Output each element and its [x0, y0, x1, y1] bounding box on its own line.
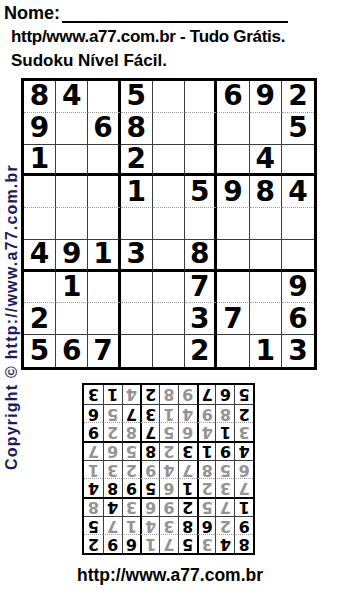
puzzle-cell-r8c3[interactable] — [88, 303, 120, 335]
solution-cell-r8c2: 8 — [215, 404, 234, 423]
solution-cell-r3c6: 6 — [140, 497, 159, 516]
puzzle-cell-r6c1: 4 — [24, 240, 56, 272]
solution-cell-r5c1: 6 — [234, 460, 253, 479]
name-row: Nome: — [4, 2, 288, 23]
puzzle-cell-r2c9: 5 — [282, 113, 314, 145]
puzzle-cell-r4c6: 5 — [185, 176, 217, 208]
puzzle-cell-r1c5[interactable] — [153, 81, 185, 113]
puzzle-cell-r5c3[interactable] — [88, 208, 120, 240]
solution-cell-r4c9: 4 — [84, 478, 103, 497]
puzzle-cell-r1c3[interactable] — [88, 81, 120, 113]
solution-cell-r2c4: 8 — [178, 516, 197, 535]
solution-cell-r4c8: 8 — [103, 478, 122, 497]
solution-cell-r8c5: 1 — [159, 404, 178, 423]
solution-cell-r4c6: 5 — [140, 478, 159, 497]
puzzle-cell-r8c2[interactable] — [56, 303, 88, 335]
puzzle-cell-r6c3: 1 — [88, 240, 120, 272]
solution-cell-r6c7: 5 — [122, 441, 141, 460]
puzzle-cell-r8c9: 6 — [282, 303, 314, 335]
solution-cell-r5c5: 4 — [159, 460, 178, 479]
puzzle-cell-r8c8[interactable] — [250, 303, 282, 335]
solution-cell-r6c1: 4 — [234, 441, 253, 460]
solution-cell-r9c1: 5 — [234, 385, 253, 404]
name-label: Nome: — [4, 3, 60, 23]
solution-cell-r4c1: 7 — [234, 478, 253, 497]
solution-cell-r7c1: 3 — [234, 422, 253, 441]
puzzle-cell-r3c6[interactable] — [185, 145, 217, 177]
solution-cell-r7c6: 7 — [140, 422, 159, 441]
puzzle-cell-r6c7[interactable] — [217, 240, 249, 272]
puzzle-cell-r6c4: 3 — [121, 240, 153, 272]
puzzle-cell-r6c6: 8 — [185, 240, 217, 272]
puzzle-cell-r4c8: 8 — [250, 176, 282, 208]
puzzle-cell-r3c3[interactable] — [88, 145, 120, 177]
puzzle-cell-r9c1: 5 — [24, 335, 56, 367]
puzzle-cell-r5c9[interactable] — [282, 208, 314, 240]
puzzle-cell-r6c5[interactable] — [153, 240, 185, 272]
solution-cell-r2c7: 1 — [122, 516, 141, 535]
puzzle-cell-r8c4[interactable] — [121, 303, 153, 335]
puzzle-cell-r2c6[interactable] — [185, 113, 217, 145]
solution-cell-r5c3: 8 — [197, 460, 216, 479]
solution-cell-r3c8: 4 — [103, 497, 122, 516]
solution-cell-r1c7: 6 — [122, 534, 141, 553]
puzzle-cell-r4c3[interactable] — [88, 176, 120, 208]
solution-cell-r2c3: 6 — [197, 516, 216, 535]
puzzle-cell-r7c4[interactable] — [121, 272, 153, 304]
solution-cell-r6c3: 1 — [197, 441, 216, 460]
puzzle-cell-r2c3: 6 — [88, 113, 120, 145]
solution-cell-r1c5: 7 — [159, 534, 178, 553]
solution-cell-r1c1: 8 — [234, 534, 253, 553]
sudoku-worksheet: Nome: http/www.a77.com.br - Tudo Grátis.… — [0, 0, 340, 596]
solution-cell-r3c7: 3 — [122, 497, 141, 516]
puzzle-cell-r5c1[interactable] — [24, 208, 56, 240]
puzzle-cell-r3c2[interactable] — [56, 145, 88, 177]
puzzle-cell-r4c5[interactable] — [153, 176, 185, 208]
puzzle-cell-r6c9[interactable] — [282, 240, 314, 272]
puzzle-cell-r7c6: 7 — [185, 272, 217, 304]
solution-cell-r8c7: 7 — [122, 404, 141, 423]
solution-cell-r3c5: 9 — [159, 497, 178, 516]
solution-cell-r1c4: 5 — [178, 534, 197, 553]
puzzle-cell-r7c8[interactable] — [250, 272, 282, 304]
solution-cell-r3c4: 2 — [178, 497, 197, 516]
puzzle-cell-r1c6[interactable] — [185, 81, 217, 113]
solution-cell-r4c3: 2 — [197, 478, 216, 497]
puzzle-cell-r9c2: 6 — [56, 335, 88, 367]
main-sudoku-grid: 845692968512415984491381792376567213 — [21, 78, 317, 370]
solution-cell-r8c4: 4 — [178, 404, 197, 423]
puzzle-cell-r3c8: 4 — [250, 145, 282, 177]
puzzle-cell-r2c5[interactable] — [153, 113, 185, 145]
solution-cell-r6c5: 2 — [159, 441, 178, 460]
puzzle-cell-r3c4: 2 — [121, 145, 153, 177]
puzzle-cell-r7c5[interactable] — [153, 272, 185, 304]
solution-cell-r9c2: 6 — [215, 385, 234, 404]
puzzle-cell-r1c7: 6 — [217, 81, 249, 113]
puzzle-cell-r9c7[interactable] — [217, 335, 249, 367]
puzzle-cell-r9c6: 2 — [185, 335, 217, 367]
puzzle-cell-r8c7: 7 — [217, 303, 249, 335]
puzzle-cell-r7c7[interactable] — [217, 272, 249, 304]
puzzle-cell-r2c8[interactable] — [250, 113, 282, 145]
solution-cell-r7c2: 1 — [215, 422, 234, 441]
puzzle-cell-r5c7[interactable] — [217, 208, 249, 240]
solution-cell-r4c5: 6 — [159, 478, 178, 497]
puzzle-cell-r1c2: 4 — [56, 81, 88, 113]
solution-cell-r8c6: 3 — [140, 404, 159, 423]
puzzle-cell-r2c1: 9 — [24, 113, 56, 145]
solution-cell-r6c8: 6 — [103, 441, 122, 460]
solution-cell-r5c2: 5 — [215, 460, 234, 479]
puzzle-cell-r4c7: 9 — [217, 176, 249, 208]
puzzle-cell-r6c8[interactable] — [250, 240, 282, 272]
puzzle-cell-r3c7[interactable] — [217, 145, 249, 177]
solution-cell-r8c1: 2 — [234, 404, 253, 423]
solution-cell-r7c5: 5 — [159, 422, 178, 441]
puzzle-cell-r1c8: 9 — [250, 81, 282, 113]
puzzle-cell-r2c7[interactable] — [217, 113, 249, 145]
puzzle-cell-r4c1[interactable] — [24, 176, 56, 208]
solution-cell-r9c7: 4 — [122, 385, 141, 404]
puzzle-cell-r8c6: 3 — [185, 303, 217, 335]
puzzle-cell-r9c3: 7 — [88, 335, 120, 367]
puzzle-cell-r9c5[interactable] — [153, 335, 185, 367]
solution-cell-r1c6: 1 — [140, 534, 159, 553]
solution-cell-r3c9: 8 — [84, 497, 103, 516]
solution-cell-r6c2: 9 — [215, 441, 234, 460]
puzzle-cell-r7c9: 9 — [282, 272, 314, 304]
solution-cell-r6c6: 8 — [140, 441, 159, 460]
solution-cell-r5c9: 1 — [84, 460, 103, 479]
solution-cell-r5c8: 3 — [103, 460, 122, 479]
solution-cell-r2c5: 3 — [159, 516, 178, 535]
solution-cell-r7c3: 4 — [197, 422, 216, 441]
solution-grid-rotated: 8435716929268341751752963487321659846587… — [82, 383, 255, 555]
solution-cell-r5c6: 9 — [140, 460, 159, 479]
puzzle-cell-r4c9: 4 — [282, 176, 314, 208]
puzzle-title: Sudoku Nível Fácil. — [11, 51, 167, 71]
site-url-line: http/www.a77.com.br - Tudo Grátis. — [11, 27, 285, 47]
puzzle-cell-r9c8: 1 — [250, 335, 282, 367]
puzzle-cell-r4c2[interactable] — [56, 176, 88, 208]
puzzle-cell-r3c9[interactable] — [282, 145, 314, 177]
solution-cell-r4c4: 1 — [178, 478, 197, 497]
solution-cell-r2c8: 7 — [103, 516, 122, 535]
solution-cell-r8c8: 5 — [103, 404, 122, 423]
solution-cell-r8c9: 6 — [84, 404, 103, 423]
puzzle-cell-r2c2[interactable] — [56, 113, 88, 145]
copyright-vertical-text: Copyright © http://www.a77.com.br — [3, 82, 21, 470]
puzzle-cell-r8c1: 2 — [24, 303, 56, 335]
puzzle-cell-r7c1[interactable] — [24, 272, 56, 304]
puzzle-cell-r5c6[interactable] — [185, 208, 217, 240]
solution-cell-r1c9: 2 — [84, 534, 103, 553]
solution-cell-r1c8: 9 — [103, 534, 122, 553]
puzzle-cell-r7c2: 1 — [56, 272, 88, 304]
solution-cell-r1c3: 3 — [197, 534, 216, 553]
solution-cell-r4c7: 9 — [122, 478, 141, 497]
solution-cell-r2c6: 4 — [140, 516, 159, 535]
puzzle-cell-r1c9: 2 — [282, 81, 314, 113]
solution-cell-r7c8: 2 — [103, 422, 122, 441]
solution-cell-r2c1: 9 — [234, 516, 253, 535]
solution-cell-r3c3: 5 — [197, 497, 216, 516]
puzzle-cell-r9c4[interactable] — [121, 335, 153, 367]
puzzle-cell-r5c2[interactable] — [56, 208, 88, 240]
solution-cell-r7c7: 8 — [122, 422, 141, 441]
puzzle-cell-r3c5[interactable] — [153, 145, 185, 177]
solution-cell-r9c4: 9 — [178, 385, 197, 404]
puzzle-cell-r5c8[interactable] — [250, 208, 282, 240]
puzzle-cell-r7c3[interactable] — [88, 272, 120, 304]
puzzle-cell-r2c4: 8 — [121, 113, 153, 145]
solution-cell-r7c9: 9 — [84, 422, 103, 441]
solution-cell-r9c9: 3 — [84, 385, 103, 404]
solution-cell-r9c8: 1 — [103, 385, 122, 404]
puzzle-cell-r9c9: 3 — [282, 335, 314, 367]
name-fill-line — [62, 2, 288, 23]
footer-url: http://www.a77.com.br — [0, 565, 340, 586]
solution-cell-r9c3: 7 — [197, 385, 216, 404]
solution-cell-r5c7: 2 — [122, 460, 141, 479]
solution-cell-r5c4: 7 — [178, 460, 197, 479]
puzzle-cell-r5c4[interactable] — [121, 208, 153, 240]
solution-cell-r8c3: 9 — [197, 404, 216, 423]
solution-cell-r7c4: 6 — [178, 422, 197, 441]
solution-cell-r2c9: 5 — [84, 516, 103, 535]
puzzle-cell-r8c5[interactable] — [153, 303, 185, 335]
solution-cell-r9c6: 2 — [140, 385, 159, 404]
solution-cell-r4c2: 3 — [215, 478, 234, 497]
solution-cell-r2c2: 2 — [215, 516, 234, 535]
solution-cell-r6c4: 3 — [178, 441, 197, 460]
puzzle-cell-r1c4: 5 — [121, 81, 153, 113]
solution-cell-r9c5: 8 — [159, 385, 178, 404]
puzzle-cell-r4c4: 1 — [121, 176, 153, 208]
solution-cell-r1c2: 4 — [215, 534, 234, 553]
solution-cell-r3c2: 7 — [215, 497, 234, 516]
puzzle-cell-r6c2: 9 — [56, 240, 88, 272]
puzzle-cell-r1c1: 8 — [24, 81, 56, 113]
puzzle-cell-r5c5[interactable] — [153, 208, 185, 240]
solution-cell-r6c9: 7 — [84, 441, 103, 460]
puzzle-cell-r3c1: 1 — [24, 145, 56, 177]
solution-cell-r3c1: 1 — [234, 497, 253, 516]
